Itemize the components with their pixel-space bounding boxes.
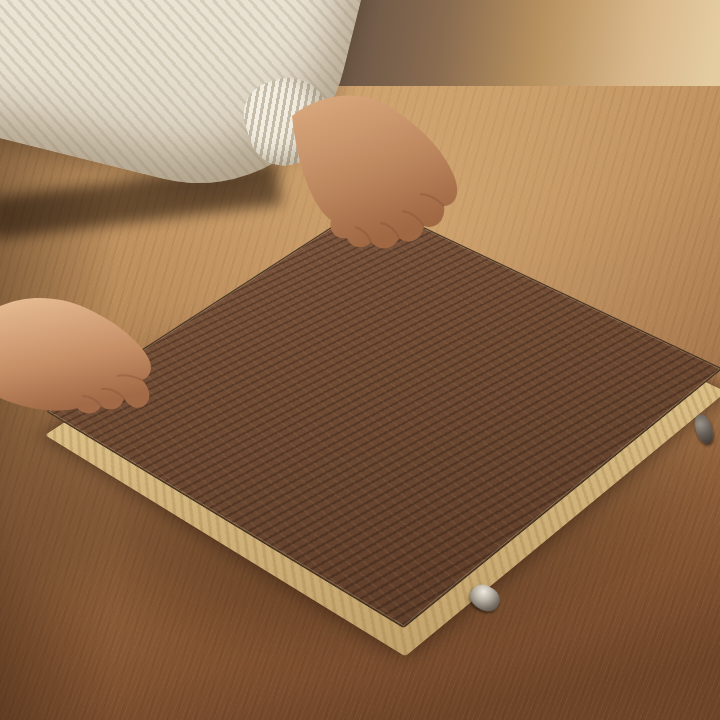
photo-scene xyxy=(0,0,720,720)
right-hand xyxy=(278,78,488,258)
left-hand xyxy=(0,284,195,434)
